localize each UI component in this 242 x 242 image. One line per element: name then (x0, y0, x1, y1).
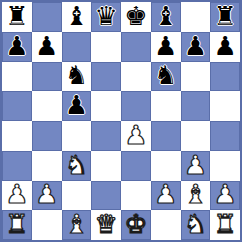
square-a8[interactable]: ♜ (2, 2, 32, 32)
piece-white-rook-h1[interactable]: ♜ (213, 211, 236, 237)
piece-white-pawn-e4[interactable]: ♟ (124, 122, 147, 148)
square-b4[interactable] (32, 121, 62, 151)
square-f7[interactable]: ♟ (151, 32, 181, 62)
piece-black-rook-h8[interactable]: ♜ (213, 3, 236, 29)
piece-black-pawn-h7[interactable]: ♟ (213, 33, 236, 59)
square-c7[interactable] (62, 32, 92, 62)
piece-black-bishop-c8[interactable]: ♝ (65, 3, 88, 29)
square-c4[interactable] (62, 121, 92, 151)
square-f1[interactable] (151, 210, 181, 240)
square-b5[interactable] (32, 91, 62, 121)
square-c6[interactable]: ♞ (62, 62, 92, 92)
square-e1[interactable]: ♚ (121, 210, 151, 240)
square-c1[interactable]: ♝ (62, 210, 92, 240)
square-h2[interactable]: ♟ (210, 181, 240, 211)
square-b1[interactable] (32, 210, 62, 240)
piece-black-rook-a8[interactable]: ♜ (5, 3, 28, 29)
square-a4[interactable] (2, 121, 32, 151)
square-g8[interactable] (181, 2, 211, 32)
square-b7[interactable]: ♟ (32, 32, 62, 62)
piece-white-bishop-g2[interactable]: ♝ (184, 181, 207, 207)
piece-white-pawn-a2[interactable]: ♟ (5, 181, 28, 207)
square-g3[interactable]: ♟ (181, 151, 211, 181)
square-g1[interactable]: ♞ (181, 210, 211, 240)
square-d3[interactable] (91, 151, 121, 181)
square-e4[interactable]: ♟ (121, 121, 151, 151)
square-b2[interactable]: ♟ (32, 181, 62, 211)
square-h8[interactable]: ♜ (210, 2, 240, 32)
square-f5[interactable] (151, 91, 181, 121)
piece-black-knight-f6[interactable]: ♞ (154, 62, 177, 88)
square-c8[interactable]: ♝ (62, 2, 92, 32)
square-d1[interactable]: ♛ (91, 210, 121, 240)
square-b8[interactable] (32, 2, 62, 32)
square-h7[interactable]: ♟ (210, 32, 240, 62)
square-f8[interactable]: ♝ (151, 2, 181, 32)
square-b3[interactable] (32, 151, 62, 181)
square-e5[interactable] (121, 91, 151, 121)
square-g6[interactable] (181, 62, 211, 92)
square-f4[interactable] (151, 121, 181, 151)
square-d8[interactable]: ♛ (91, 2, 121, 32)
piece-white-pawn-b2[interactable]: ♟ (35, 181, 58, 207)
square-d2[interactable] (91, 181, 121, 211)
square-d6[interactable] (91, 62, 121, 92)
piece-black-queen-d8[interactable]: ♛ (94, 3, 117, 29)
square-a1[interactable]: ♜ (2, 210, 32, 240)
piece-black-pawn-b7[interactable]: ♟ (35, 33, 58, 59)
piece-black-pawn-g7[interactable]: ♟ (184, 33, 207, 59)
square-d7[interactable] (91, 32, 121, 62)
piece-white-pawn-g3[interactable]: ♟ (184, 152, 207, 178)
piece-white-king-e1[interactable]: ♚ (124, 211, 147, 237)
square-a3[interactable] (2, 151, 32, 181)
piece-white-rook-a1[interactable]: ♜ (5, 211, 28, 237)
piece-white-pawn-f2[interactable]: ♟ (154, 181, 177, 207)
piece-black-king-e8[interactable]: ♚ (124, 3, 147, 29)
square-c2[interactable] (62, 181, 92, 211)
square-f6[interactable]: ♞ (151, 62, 181, 92)
square-e6[interactable] (121, 62, 151, 92)
square-e2[interactable] (121, 181, 151, 211)
piece-black-bishop-f8[interactable]: ♝ (154, 3, 177, 29)
piece-white-knight-c3[interactable]: ♞ (65, 152, 88, 178)
square-h3[interactable] (210, 151, 240, 181)
piece-white-knight-g1[interactable]: ♞ (184, 211, 207, 237)
piece-white-bishop-c1[interactable]: ♝ (65, 211, 88, 237)
square-d5[interactable] (91, 91, 121, 121)
square-h5[interactable] (210, 91, 240, 121)
square-d4[interactable] (91, 121, 121, 151)
square-g7[interactable]: ♟ (181, 32, 211, 62)
square-h6[interactable] (210, 62, 240, 92)
square-g4[interactable] (181, 121, 211, 151)
square-c5[interactable]: ♟ (62, 91, 92, 121)
square-a2[interactable]: ♟ (2, 181, 32, 211)
square-a7[interactable]: ♟ (2, 32, 32, 62)
chess-board: ♜♝♛♚♝♜♟♟♟♟♟♞♞♟♟♞♟♟♟♟♝♟♜♝♛♚♞♜ (0, 0, 242, 242)
square-e7[interactable] (121, 32, 151, 62)
square-g2[interactable]: ♝ (181, 181, 211, 211)
square-f2[interactable]: ♟ (151, 181, 181, 211)
square-a6[interactable] (2, 62, 32, 92)
square-b6[interactable] (32, 62, 62, 92)
piece-black-pawn-c5[interactable]: ♟ (65, 92, 88, 118)
piece-black-knight-c6[interactable]: ♞ (65, 62, 88, 88)
piece-white-queen-d1[interactable]: ♛ (94, 211, 117, 237)
square-h1[interactable]: ♜ (210, 210, 240, 240)
square-e8[interactable]: ♚ (121, 2, 151, 32)
piece-white-pawn-h2[interactable]: ♟ (213, 181, 236, 207)
piece-black-pawn-f7[interactable]: ♟ (154, 33, 177, 59)
square-h4[interactable] (210, 121, 240, 151)
square-a5[interactable] (2, 91, 32, 121)
square-c3[interactable]: ♞ (62, 151, 92, 181)
square-g5[interactable] (181, 91, 211, 121)
square-f3[interactable] (151, 151, 181, 181)
piece-black-pawn-a7[interactable]: ♟ (5, 33, 28, 59)
square-e3[interactable] (121, 151, 151, 181)
